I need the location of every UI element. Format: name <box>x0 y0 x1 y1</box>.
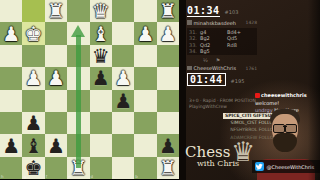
square-g2[interactable]: ♚ <box>22 22 44 44</box>
opponent-rating: 1428 <box>246 20 257 25</box>
black-pawn: ♟ <box>2 136 20 156</box>
square-e2[interactable] <box>67 22 89 44</box>
black-king: ♚ <box>25 158 43 178</box>
square-b5[interactable] <box>134 90 156 112</box>
square-d8[interactable]: d <box>90 157 112 179</box>
square-b6[interactable] <box>134 112 156 134</box>
square-f4[interactable]: ♟ <box>45 67 67 89</box>
file-label: a <box>158 174 160 179</box>
streamer-beard <box>273 133 297 152</box>
black-pawn: ♟ <box>92 68 110 88</box>
chess-board[interactable]: ♜♛♜♟♚♝♟♟♛♟♟♟♟♟♟♟♝♟♟h♚gf♜edcb♜a <box>0 0 180 180</box>
white-queen: ♛ <box>92 1 110 21</box>
black-pawn: ♟ <box>25 113 43 133</box>
file-label: b <box>135 174 138 179</box>
white-king: ♚ <box>25 24 43 44</box>
square-g7[interactable]: ♝ <box>22 134 44 156</box>
chat-text: welcome! <box>255 100 279 106</box>
square-h3[interactable] <box>0 45 22 67</box>
square-c8[interactable]: c <box>112 157 134 179</box>
opponent-row[interactable]: minahskbasdeeh 1428 <box>187 20 257 26</box>
square-c2[interactable] <box>112 22 134 44</box>
square-e3[interactable] <box>67 45 89 67</box>
square-f8[interactable]: f <box>45 157 67 179</box>
game-info-line2: PlayingWithCrew <box>189 104 256 110</box>
square-a2[interactable]: ♟ <box>157 22 179 44</box>
opponent-avatar <box>187 20 192 25</box>
square-b8[interactable]: b <box>134 157 156 179</box>
square-b1[interactable] <box>134 0 156 22</box>
file-label: h <box>1 174 4 179</box>
square-b3[interactable] <box>134 45 156 67</box>
streamer-head <box>270 109 300 153</box>
square-c7[interactable] <box>112 134 134 156</box>
square-h4[interactable] <box>0 67 22 89</box>
move-san[interactable]: Bg5 <box>200 48 227 54</box>
square-d1[interactable]: ♛ <box>90 0 112 22</box>
stream-frame: ♜♛♜♟♚♝♟♟♛♟♟♟♟♟♟♟♝♟♟h♚gf♜edcb♜a 01:34 #10… <box>0 0 320 180</box>
file-label: g <box>23 174 26 179</box>
square-f2[interactable] <box>45 22 67 44</box>
move-san[interactable] <box>227 48 254 54</box>
white-rook: ♜ <box>47 1 65 21</box>
move-row[interactable]: 34.Bg5 <box>187 48 257 54</box>
broadcaster-badge-icon <box>255 93 260 98</box>
square-h6[interactable] <box>0 112 22 134</box>
channel-logo: Chess with Chris ♛ <box>185 145 239 168</box>
white-pawn: ♟ <box>47 68 65 88</box>
square-h1[interactable] <box>0 0 22 22</box>
streamer-clock: 01:44 <box>187 73 226 86</box>
square-d5[interactable] <box>90 90 112 112</box>
square-g8[interactable]: ♚g <box>22 157 44 179</box>
black-queen: ♛ <box>92 46 110 66</box>
white-pawn: ♟ <box>137 24 155 44</box>
square-d7[interactable] <box>90 134 112 156</box>
opponent-game-tag: #103 <box>225 9 239 15</box>
twitter-handle: @CheeseWithChris <box>267 164 315 170</box>
square-g4[interactable]: ♟ <box>22 67 44 89</box>
webcam-room-background: 01:34 #103 minahskbasdeeh 1428 31.g4Bd4+… <box>179 0 320 180</box>
square-e1[interactable] <box>67 0 89 22</box>
streamer-row[interactable]: CheeseWithChris 1761 <box>187 65 257 71</box>
move-number[interactable]: 34. <box>187 48 200 54</box>
streamer-rating: 1761 <box>246 66 257 71</box>
square-e4[interactable] <box>67 67 89 89</box>
black-pawn: ♟ <box>47 136 65 156</box>
square-g6[interactable]: ♟ <box>22 112 44 134</box>
streamer-game-tag: #195 <box>231 78 245 84</box>
white-pawn: ♟ <box>159 24 177 44</box>
glasses-icon <box>272 124 298 132</box>
file-label: f <box>46 174 47 179</box>
square-a6[interactable] <box>157 112 179 134</box>
square-a5[interactable] <box>157 90 179 112</box>
square-f3[interactable] <box>45 45 67 67</box>
opponent-name[interactable]: minahskbasdeeh <box>194 20 237 26</box>
white-pawn: ♟ <box>25 68 43 88</box>
square-e5[interactable] <box>67 90 89 112</box>
file-label: e <box>68 174 70 179</box>
square-b7[interactable] <box>134 134 156 156</box>
resign-flag-icon[interactable]: ⚑ <box>216 58 220 63</box>
white-rook: ♜ <box>159 158 177 178</box>
draw-offer-icon[interactable]: ½ <box>203 58 208 63</box>
square-f7[interactable]: ♟ <box>45 134 67 156</box>
square-h7[interactable]: ♟ <box>0 134 22 156</box>
square-e7[interactable] <box>67 134 89 156</box>
square-c4[interactable]: ♟ <box>112 67 134 89</box>
room-shadow <box>308 0 320 180</box>
square-f5[interactable] <box>45 90 67 112</box>
square-b4[interactable] <box>134 67 156 89</box>
square-h8[interactable]: h <box>0 157 22 179</box>
white-pawn: ♟ <box>2 24 20 44</box>
game-info: 3+0 · Rapid · FROM POSITION PlayingWithC… <box>189 98 256 110</box>
square-f1[interactable]: ♜ <box>45 0 67 22</box>
square-h5[interactable] <box>0 90 22 112</box>
streamer-avatar <box>187 66 192 71</box>
square-f6[interactable] <box>45 112 67 134</box>
opponent-clock: 01:34 <box>187 5 220 17</box>
game-panel: 01:34 #103 minahskbasdeeh 1428 31.g4Bd4+… <box>187 5 263 86</box>
square-d4[interactable]: ♟ <box>90 67 112 89</box>
logo-queen-icon: ♛ <box>231 138 255 165</box>
white-pawn: ♟ <box>114 68 132 88</box>
square-g3[interactable] <box>22 45 44 67</box>
square-a1[interactable]: ♜ <box>157 0 179 22</box>
square-d3[interactable]: ♛ <box>90 45 112 67</box>
chat-username[interactable]: cheesewithchris <box>261 92 307 98</box>
square-d6[interactable] <box>90 112 112 134</box>
white-bishop: ♝ <box>92 24 110 44</box>
square-g5[interactable] <box>22 90 44 112</box>
square-h2[interactable]: ♟ <box>0 22 22 44</box>
black-bishop: ♝ <box>25 136 43 156</box>
square-d2[interactable]: ♝ <box>90 22 112 44</box>
file-label: d <box>91 174 94 179</box>
square-a7[interactable]: ♟ <box>157 134 179 156</box>
square-c3[interactable] <box>112 45 134 67</box>
file-label: c <box>113 174 115 179</box>
square-e8[interactable]: ♜e <box>67 157 89 179</box>
square-b2[interactable]: ♟ <box>134 22 156 44</box>
square-c6[interactable] <box>112 112 134 134</box>
streamer-name[interactable]: CheeseWithChris <box>194 65 237 71</box>
square-g1[interactable] <box>22 0 44 22</box>
square-a3[interactable] <box>157 45 179 67</box>
black-pawn: ♟ <box>114 91 132 111</box>
twitter-icon <box>255 162 264 171</box>
square-c1[interactable] <box>112 0 134 22</box>
square-a8[interactable]: ♜a <box>157 157 179 179</box>
square-e6[interactable] <box>67 112 89 134</box>
black-pawn: ♟ <box>159 136 177 156</box>
square-a4[interactable] <box>157 67 179 89</box>
white-rook: ♜ <box>159 1 177 21</box>
move-list[interactable]: 31.g4Bd4+32.Bg2Qd533.Qd2Rd834.Bg5 <box>187 28 257 55</box>
white-rook: ♜ <box>69 158 87 178</box>
square-c5[interactable]: ♟ <box>112 90 134 112</box>
